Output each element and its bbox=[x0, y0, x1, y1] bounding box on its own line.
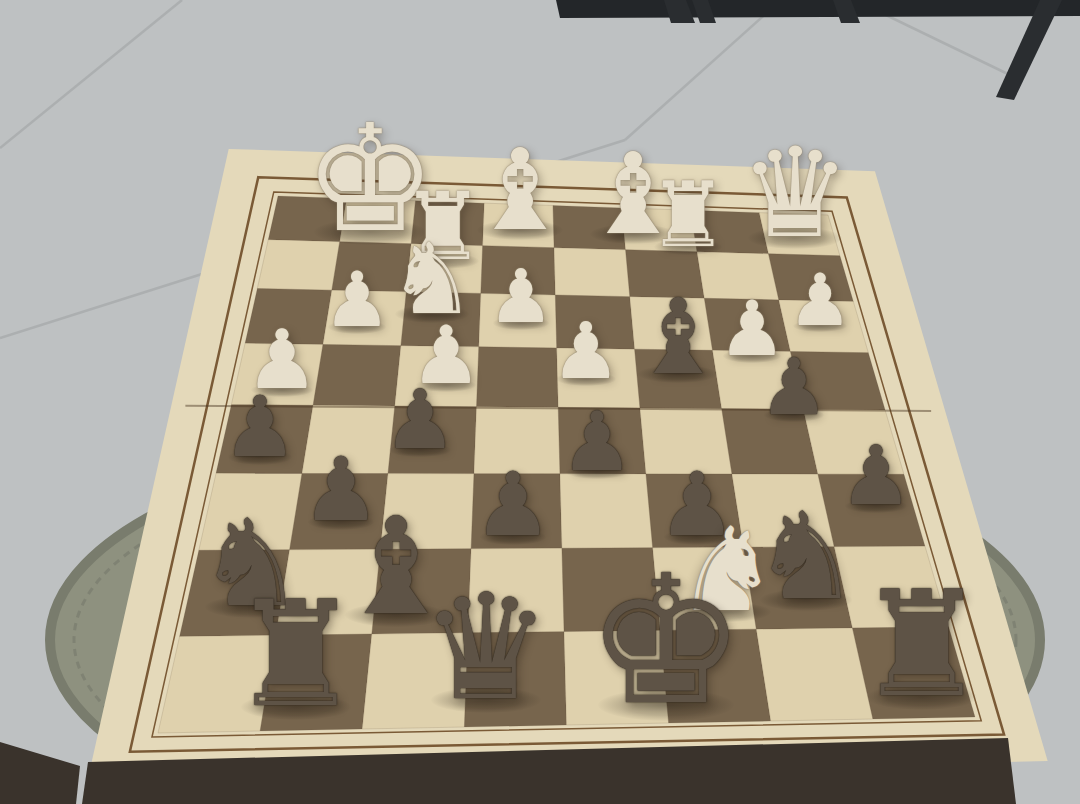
photo-scene: ♝♚♝♛♜♜♞♟♟♟♟♝♟♟♟♟♟♟♟♟♟♟♟♞♞♞♝♜♛♚♜ bbox=[0, 0, 1080, 804]
bench-top bbox=[556, 0, 1080, 18]
square-e4[interactable] bbox=[477, 347, 559, 408]
piece-black-pawn-e6[interactable]: ♟ bbox=[474, 461, 553, 549]
piece-black-pawn-b4[interactable]: ♟ bbox=[759, 348, 829, 426]
piece-white-pawn-e3[interactable]: ♟ bbox=[488, 259, 554, 333]
piece-black-rook-g8[interactable]: ♜ bbox=[231, 581, 362, 727]
piece-black-pawn-h5[interactable]: ♟ bbox=[222, 385, 297, 469]
piece-black-rook-a8[interactable]: ♜ bbox=[857, 571, 988, 717]
piece-white-pawn-a3[interactable]: ♟ bbox=[788, 264, 853, 336]
piece-white-pawn-g3[interactable]: ♟ bbox=[323, 262, 391, 338]
piece-white-rook-b1[interactable]: ♜ bbox=[648, 170, 729, 260]
piece-black-king-d8[interactable]: ♚ bbox=[586, 552, 746, 730]
piece-black-pawn-d5[interactable]: ♟ bbox=[560, 401, 634, 483]
piece-white-queen-a1[interactable]: ♛ bbox=[739, 131, 850, 255]
piece-white-pawn-d4[interactable]: ♟ bbox=[551, 312, 621, 390]
piece-black-queen-e8[interactable]: ♛ bbox=[421, 574, 552, 720]
piece-black-pawn-f5[interactable]: ♟ bbox=[383, 379, 457, 461]
piece-black-bishop-c4[interactable]: ♝ bbox=[631, 285, 724, 389]
